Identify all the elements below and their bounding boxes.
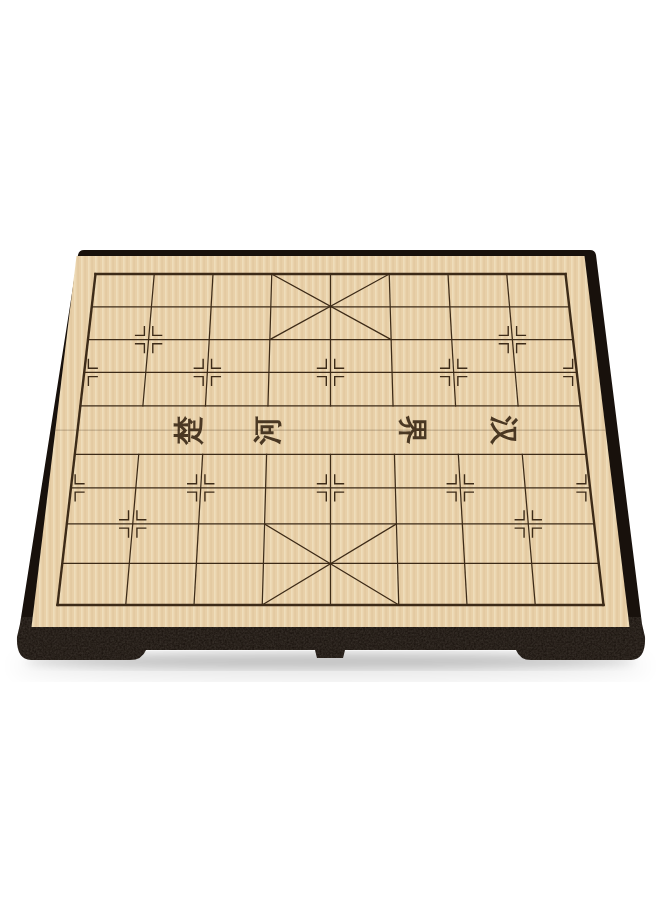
river-character: 楚: [171, 416, 205, 446]
river-character: 汉: [487, 415, 521, 446]
river-character: 河: [250, 416, 284, 446]
board-body: [14, 250, 650, 664]
page: { "game": "xiangqi", "scene": "Overhead …: [0, 0, 660, 900]
xiangqi-board: 楚河界汉: [0, 0, 660, 900]
product-photo-xiangqi-board: 楚河界汉: [0, 0, 660, 900]
river-character: 界: [396, 415, 430, 445]
